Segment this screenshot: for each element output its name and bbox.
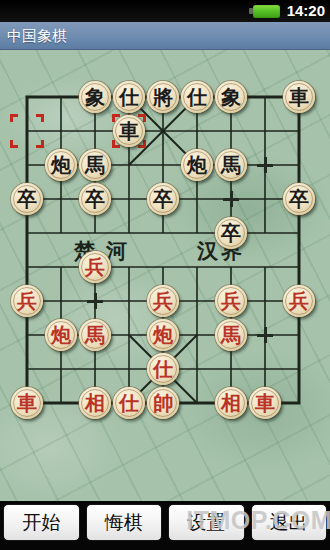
- piece-black-advisor[interactable]: 仕: [181, 81, 213, 113]
- piece-red-soldier[interactable]: 兵: [11, 285, 43, 317]
- piece-red-elephant[interactable]: 相: [79, 387, 111, 419]
- piece-red-chariot[interactable]: 車: [249, 387, 281, 419]
- piece-red-soldier[interactable]: 兵: [147, 285, 179, 317]
- piece-black-advisor[interactable]: 仕: [113, 81, 145, 113]
- piece-black-soldier[interactable]: 卒: [147, 183, 179, 215]
- start-button[interactable]: 开始: [3, 504, 80, 541]
- piece-red-soldier[interactable]: 兵: [215, 285, 247, 317]
- piece-black-horse[interactable]: 馬: [215, 149, 247, 181]
- piece-black-cannon[interactable]: 炮: [45, 149, 77, 181]
- piece-black-horse[interactable]: 馬: [79, 149, 111, 181]
- battery-icon: [253, 5, 280, 18]
- exit-button[interactable]: 退出: [251, 504, 328, 541]
- app-window: 14:20 中国象棋: [0, 0, 330, 550]
- piece-black-soldier[interactable]: 卒: [215, 217, 247, 249]
- piece-red-advisor[interactable]: 仕: [113, 387, 145, 419]
- point-marker: [256, 326, 274, 344]
- status-bar: 14:20: [0, 0, 330, 22]
- title-bar: 中国象棋: [0, 22, 330, 50]
- piece-red-horse[interactable]: 馬: [215, 319, 247, 351]
- point-marker: [256, 156, 274, 174]
- point-marker: [222, 190, 240, 208]
- last-move-from-marker: [10, 114, 44, 148]
- piece-red-general[interactable]: 帥: [147, 387, 179, 419]
- piece-red-soldier[interactable]: 兵: [79, 251, 111, 283]
- board-grid: [0, 50, 330, 501]
- button-bar: 开始 悔棋 设置 退出: [0, 501, 330, 550]
- undo-button[interactable]: 悔棋: [86, 504, 163, 541]
- point-marker: [86, 292, 104, 310]
- piece-black-general[interactable]: 將: [147, 81, 179, 113]
- piece-red-soldier[interactable]: 兵: [283, 285, 315, 317]
- piece-black-soldier[interactable]: 卒: [283, 183, 315, 215]
- piece-red-elephant[interactable]: 相: [215, 387, 247, 419]
- board[interactable]: 楚河 汉界 象仕將仕象車車炮馬炮馬卒卒卒卒卒兵兵兵兵兵炮馬炮馬仕車相仕帥相車: [0, 50, 330, 501]
- clock: 14:20: [287, 0, 325, 22]
- piece-black-elephant[interactable]: 象: [215, 81, 247, 113]
- piece-red-chariot[interactable]: 車: [11, 387, 43, 419]
- piece-red-cannon[interactable]: 炮: [45, 319, 77, 351]
- piece-black-soldier[interactable]: 卒: [11, 183, 43, 215]
- piece-red-advisor[interactable]: 仕: [147, 353, 179, 385]
- piece-black-soldier[interactable]: 卒: [79, 183, 111, 215]
- app-title: 中国象棋: [0, 22, 330, 49]
- piece-black-chariot[interactable]: 車: [113, 115, 145, 147]
- settings-button[interactable]: 设置: [168, 504, 245, 541]
- piece-red-horse[interactable]: 馬: [79, 319, 111, 351]
- piece-black-cannon[interactable]: 炮: [181, 149, 213, 181]
- piece-black-chariot[interactable]: 車: [283, 81, 315, 113]
- piece-black-elephant[interactable]: 象: [79, 81, 111, 113]
- piece-red-cannon[interactable]: 炮: [147, 319, 179, 351]
